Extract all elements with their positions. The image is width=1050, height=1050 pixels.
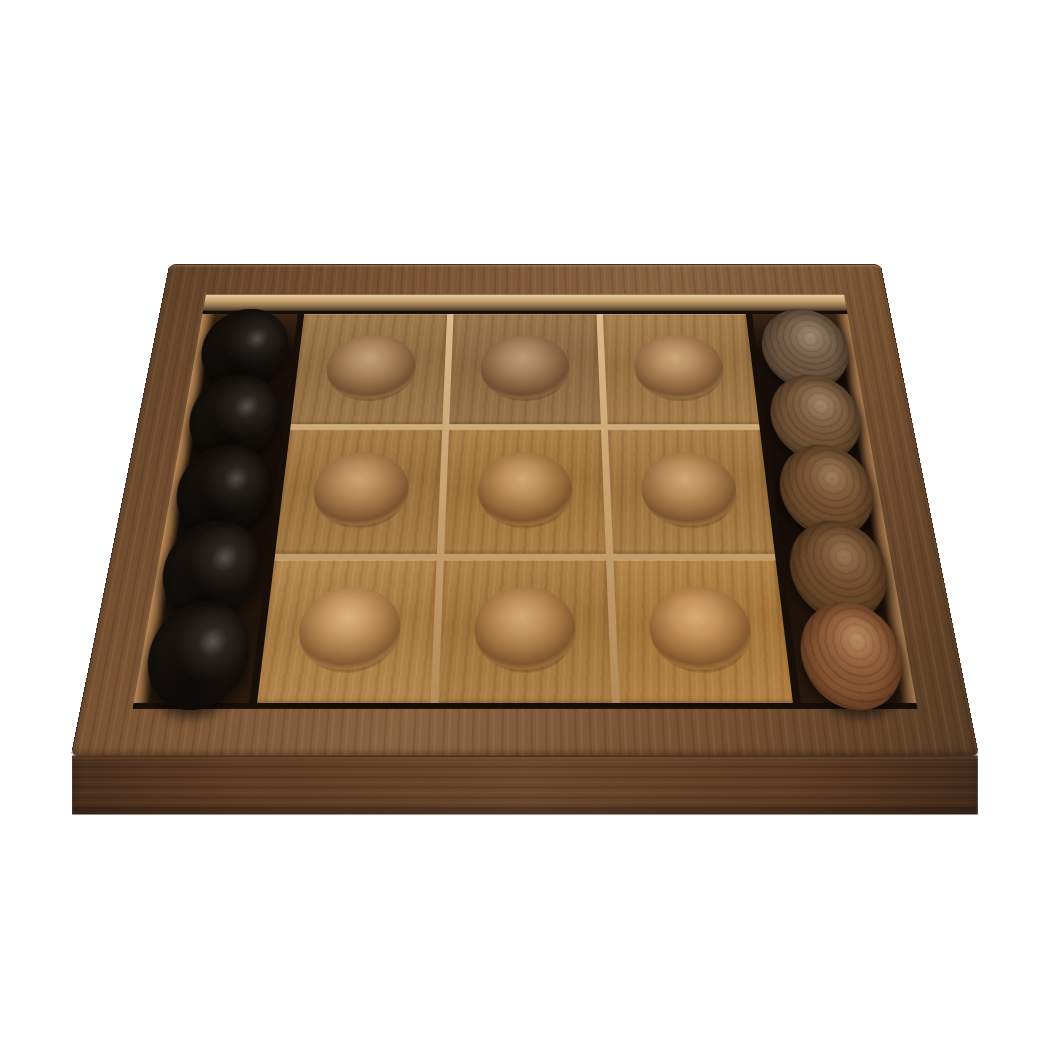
cell-r3c3[interactable] — [613, 560, 793, 703]
cell-recess — [295, 587, 403, 673]
cell-r1c3[interactable] — [603, 314, 759, 424]
cell-r2c1[interactable] — [275, 429, 442, 554]
box-interior — [133, 295, 918, 709]
board-grid — [257, 314, 793, 703]
cell-recess — [324, 335, 418, 402]
tictactoe-board — [72, 265, 978, 756]
board-content — [133, 311, 918, 709]
black-ball-4[interactable] — [155, 520, 266, 620]
black-ball-5[interactable] — [139, 602, 255, 711]
cell-r1c1[interactable] — [291, 314, 447, 424]
cell-recess — [480, 335, 570, 402]
cell-recess — [474, 587, 577, 673]
product-photo-scene — [0, 0, 1050, 1050]
cell-r2c2[interactable] — [444, 429, 606, 554]
cell-r1c2[interactable] — [449, 314, 601, 424]
box-front-face — [72, 756, 978, 815]
cell-r3c2[interactable] — [438, 560, 611, 703]
cell-recess — [640, 453, 740, 528]
brown-ball-5[interactable] — [794, 602, 910, 711]
inner-back-wall — [203, 295, 847, 311]
cell-r3c1[interactable] — [257, 560, 437, 703]
cell-recess — [647, 587, 755, 673]
cell-recess — [633, 335, 727, 402]
cell-recess — [477, 453, 573, 528]
cell-r2c3[interactable] — [608, 429, 775, 554]
cell-recess — [310, 453, 410, 528]
black-ball-3[interactable] — [169, 444, 275, 537]
brown-ball-4[interactable] — [784, 520, 895, 620]
brown-ball-3[interactable] — [774, 444, 880, 537]
